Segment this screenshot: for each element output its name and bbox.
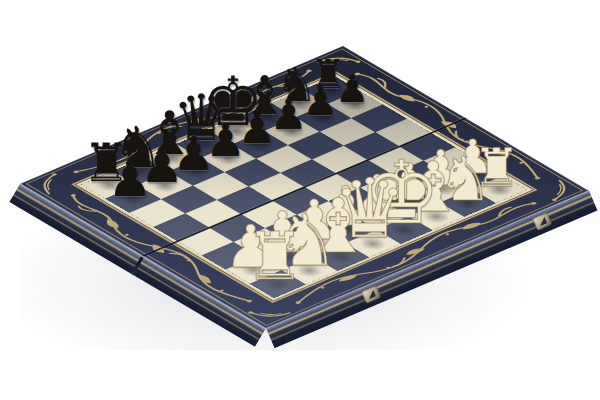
chess-piece-glyph: ♟ [334,70,368,108]
chess-piece-glyph: ♟ [107,154,152,204]
chess-set-photo: ♜♟♟♜♞♟♟♞♝♟♟♝♚♟♟♚♛♟♟♛♝♟♟♝♞♟♟♞♜♟♟♜ [0,0,600,400]
square-a1: ♜ [250,270,306,298]
clasp-icon [361,285,381,303]
fold-seam-edge [130,256,143,275]
chess-piece-glyph: ♜ [244,224,303,290]
clasp-icon [532,212,552,230]
